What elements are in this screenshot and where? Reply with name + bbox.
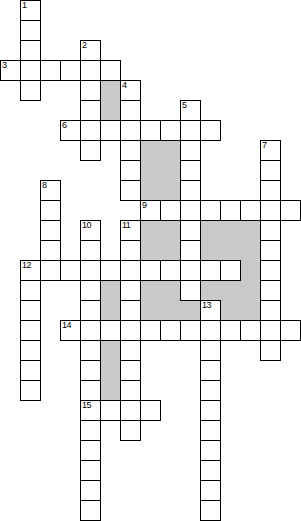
grid-cell[interactable]	[20, 60, 41, 81]
blocked-cell	[101, 341, 121, 361]
grid-cell[interactable]	[200, 400, 221, 421]
grid-cell[interactable]	[80, 260, 101, 281]
grid-cell[interactable]: 3	[0, 60, 21, 81]
grid-cell[interactable]	[80, 340, 101, 361]
clue-number: 13	[202, 301, 211, 310]
grid-cell[interactable]	[180, 140, 201, 161]
grid-cell[interactable]	[180, 180, 201, 201]
grid-cell[interactable]	[200, 120, 221, 141]
grid-cell[interactable]: 11	[120, 220, 141, 241]
grid-cell[interactable]	[20, 280, 41, 301]
grid-cell[interactable]	[260, 340, 281, 361]
grid-cell[interactable]	[260, 200, 281, 221]
grid-cell[interactable]	[80, 80, 101, 101]
blocked-cell	[161, 281, 181, 301]
clue-number: 5	[182, 101, 187, 110]
grid-cell[interactable]	[200, 460, 221, 481]
grid-cell[interactable]: 9	[140, 200, 161, 221]
blocked-cell	[141, 141, 161, 161]
grid-cell[interactable]	[140, 400, 161, 421]
blocked-cell	[161, 221, 181, 241]
blocked-cell	[221, 281, 241, 301]
grid-cell[interactable]	[80, 420, 101, 441]
grid-cell[interactable]	[80, 360, 101, 381]
blocked-cell	[101, 301, 121, 321]
grid-cell[interactable]: 2	[80, 40, 101, 61]
grid-cell[interactable]	[100, 320, 121, 341]
blocked-cell	[141, 221, 161, 241]
grid-cell[interactable]	[240, 200, 261, 221]
grid-cell[interactable]	[160, 260, 181, 281]
grid-cell[interactable]	[260, 300, 281, 321]
crossword-board: 123456789101112131415	[0, 0, 301, 521]
grid-cell[interactable]	[120, 300, 141, 321]
grid-cell[interactable]: 1	[20, 0, 41, 21]
grid-cell[interactable]	[80, 460, 101, 481]
grid-cell[interactable]	[80, 300, 101, 321]
blocked-cell	[161, 161, 181, 181]
grid-cell[interactable]	[40, 60, 61, 81]
grid-cell[interactable]: 13	[200, 300, 221, 321]
grid-cell[interactable]	[20, 20, 41, 41]
grid-cell[interactable]	[20, 320, 41, 341]
blocked-cell	[101, 381, 121, 401]
grid-cell[interactable]	[180, 320, 201, 341]
grid-cell[interactable]	[120, 360, 141, 381]
grid-cell[interactable]	[120, 320, 141, 341]
grid-cell[interactable]	[80, 120, 101, 141]
clue-number: 8	[42, 181, 47, 190]
grid-cell[interactable]	[260, 180, 281, 201]
blocked-cell	[181, 301, 201, 321]
grid-cell[interactable]	[100, 60, 121, 81]
grid-cell[interactable]	[200, 420, 221, 441]
grid-cell[interactable]	[80, 100, 101, 121]
grid-cell[interactable]	[180, 120, 201, 141]
blocked-cell	[101, 101, 121, 121]
blocked-cell	[241, 261, 261, 281]
clue-number: 1	[22, 1, 27, 10]
grid-cell[interactable]	[200, 480, 221, 501]
blocked-cell	[101, 81, 121, 101]
grid-cell[interactable]	[80, 480, 101, 501]
blocked-cell	[201, 241, 221, 261]
blocked-cell	[141, 161, 161, 181]
grid-cell[interactable]	[20, 80, 41, 101]
blocked-cell	[201, 281, 221, 301]
grid-cell[interactable]: 5	[180, 100, 201, 121]
grid-cell[interactable]	[80, 240, 101, 261]
blocked-cell	[241, 281, 261, 301]
blocked-cell	[141, 281, 161, 301]
clue-number: 10	[82, 221, 91, 230]
grid-cell[interactable]	[40, 260, 61, 281]
grid-cell[interactable]: 15	[80, 400, 101, 421]
grid-cell[interactable]	[200, 340, 221, 361]
grid-cell[interactable]	[220, 320, 241, 341]
blocked-cell	[241, 241, 261, 261]
grid-cell[interactable]	[260, 320, 281, 341]
grid-cell[interactable]	[80, 440, 101, 461]
blocked-cell	[101, 281, 121, 301]
grid-cell[interactable]	[280, 320, 301, 341]
grid-cell[interactable]	[80, 140, 101, 161]
blocked-cell	[141, 301, 161, 321]
grid-cell[interactable]	[200, 320, 221, 341]
grid-cell[interactable]	[180, 240, 201, 261]
grid-cell[interactable]	[180, 220, 201, 241]
grid-cell[interactable]	[100, 400, 121, 421]
grid-cell[interactable]	[260, 240, 281, 261]
blocked-cell	[241, 301, 261, 321]
grid-cell[interactable]	[200, 200, 221, 221]
grid-cell[interactable]	[200, 500, 221, 521]
grid-cell[interactable]	[140, 120, 161, 141]
clue-number: 14	[62, 321, 71, 330]
clue-number: 7	[262, 141, 267, 150]
blocked-cell	[141, 241, 161, 261]
grid-cell[interactable]	[120, 400, 141, 421]
clue-number: 4	[122, 81, 127, 90]
grid-cell[interactable]	[140, 320, 161, 341]
clue-number: 6	[62, 121, 67, 130]
grid-cell[interactable]	[120, 120, 141, 141]
clue-number: 9	[142, 201, 147, 210]
grid-cell[interactable]	[120, 260, 141, 281]
grid-cell[interactable]	[40, 200, 61, 221]
grid-cell[interactable]	[260, 220, 281, 241]
grid-cell[interactable]	[60, 260, 81, 281]
grid-cell[interactable]: 10	[80, 220, 101, 241]
grid-cell[interactable]: 12	[20, 260, 41, 281]
grid-cell[interactable]	[120, 180, 141, 201]
grid-cell[interactable]	[80, 500, 101, 521]
grid-cell[interactable]	[120, 100, 141, 121]
clue-number: 15	[82, 401, 91, 410]
grid-cell[interactable]	[260, 280, 281, 301]
blocked-cell	[221, 221, 241, 241]
grid-cell[interactable]	[280, 200, 301, 221]
clue-number: 2	[82, 41, 87, 50]
blocked-cell	[101, 361, 121, 381]
grid-cell[interactable]	[40, 240, 61, 261]
grid-cell[interactable]	[200, 260, 221, 281]
blocked-cell	[161, 301, 181, 321]
grid-cell[interactable]: 4	[120, 80, 141, 101]
grid-cell[interactable]	[120, 140, 141, 161]
grid-cell[interactable]	[180, 160, 201, 181]
grid-cell[interactable]	[20, 360, 41, 381]
grid-cell[interactable]	[20, 380, 41, 401]
grid-cell[interactable]	[80, 320, 101, 341]
grid-cell[interactable]	[80, 60, 101, 81]
grid-cell[interactable]	[160, 120, 181, 141]
grid-cell[interactable]	[20, 300, 41, 321]
clue-number: 11	[122, 221, 130, 230]
blocked-cell	[161, 241, 181, 261]
grid-cell[interactable]	[20, 40, 41, 61]
grid-cell[interactable]	[260, 160, 281, 181]
grid-cell[interactable]	[200, 360, 221, 381]
grid-cell[interactable]	[180, 260, 201, 281]
grid-cell[interactable]	[240, 320, 261, 341]
grid-cell[interactable]	[220, 260, 241, 281]
grid-cell[interactable]	[180, 200, 201, 221]
grid-cell[interactable]	[120, 240, 141, 261]
blocked-cell	[141, 181, 161, 201]
grid-cell[interactable]	[180, 280, 201, 301]
grid-cell[interactable]: 14	[60, 320, 81, 341]
grid-cell[interactable]	[120, 280, 141, 301]
grid-cell[interactable]	[60, 60, 81, 81]
grid-cell[interactable]	[120, 160, 141, 181]
grid-cell[interactable]	[120, 380, 141, 401]
grid-cell[interactable]	[160, 320, 181, 341]
grid-cell[interactable]	[20, 340, 41, 361]
grid-cell[interactable]	[100, 120, 121, 141]
grid-cell[interactable]	[200, 440, 221, 461]
clue-number: 12	[22, 261, 31, 270]
blocked-cell	[161, 141, 181, 161]
grid-cell[interactable]	[80, 280, 101, 301]
blocked-cell	[221, 241, 241, 261]
grid-cell[interactable]	[200, 380, 221, 401]
clue-number: 3	[2, 61, 7, 70]
grid-cell[interactable]	[80, 380, 101, 401]
grid-cell[interactable]	[120, 340, 141, 361]
grid-cell[interactable]	[220, 200, 241, 221]
grid-cell[interactable]: 7	[260, 140, 281, 161]
blocked-cell	[161, 181, 181, 201]
blocked-cell	[241, 221, 261, 241]
grid-cell[interactable]	[40, 220, 61, 241]
grid-cell[interactable]	[140, 260, 161, 281]
grid-cell[interactable]	[160, 200, 181, 221]
blocked-cell	[221, 301, 241, 321]
grid-cell[interactable]: 6	[60, 120, 81, 141]
grid-cell[interactable]	[260, 260, 281, 281]
grid-cell[interactable]	[120, 420, 141, 441]
grid-cell[interactable]: 8	[40, 180, 61, 201]
grid-cell[interactable]	[100, 260, 121, 281]
blocked-cell	[201, 221, 221, 241]
